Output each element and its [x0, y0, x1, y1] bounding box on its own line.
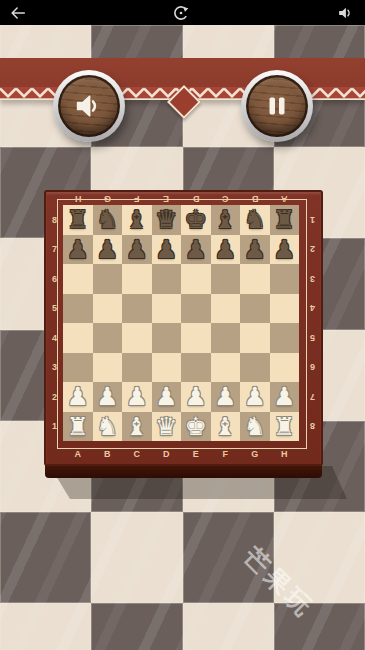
piece-white-knight: ♞: [240, 412, 270, 442]
volume-icon[interactable]: [336, 4, 354, 22]
coordinate-label: 6: [47, 264, 62, 294]
square-a6[interactable]: [63, 264, 93, 294]
square-a8[interactable]: ♜: [63, 205, 93, 235]
square-g4[interactable]: [240, 323, 270, 353]
piece-black-king: ♚: [181, 205, 211, 235]
coordinate-label: D: [152, 443, 182, 464]
rank-labels-left: 87654321: [47, 205, 62, 441]
piece-white-pawn: ♟: [211, 382, 241, 412]
coordinate-label: F: [211, 443, 241, 464]
coordinate-label: 4: [47, 323, 62, 353]
piece-white-pawn: ♟: [152, 382, 182, 412]
square-h2[interactable]: ♟: [270, 382, 300, 412]
square-e7[interactable]: ♟: [181, 235, 211, 265]
square-d5[interactable]: [152, 294, 182, 324]
coordinate-label: 8: [47, 205, 62, 235]
piece-black-rook: ♜: [270, 205, 300, 235]
coordinate-label: G: [240, 443, 270, 464]
coordinate-label: G: [93, 192, 123, 205]
piece-black-bishop: ♝: [211, 205, 241, 235]
piece-white-bishop: ♝: [122, 412, 152, 442]
square-d8[interactable]: ♛: [152, 205, 182, 235]
coordinate-label: 3: [47, 353, 62, 383]
square-d4[interactable]: [152, 323, 182, 353]
square-g3[interactable]: [240, 353, 270, 383]
piece-black-queen: ♛: [152, 205, 182, 235]
coordinate-label: H: [270, 443, 300, 464]
square-a5[interactable]: [63, 294, 93, 324]
pause-icon: [262, 91, 292, 121]
pause-button[interactable]: [241, 70, 313, 142]
coordinate-label: 3: [305, 264, 320, 294]
square-g2[interactable]: ♟: [240, 382, 270, 412]
piece-white-queen: ♛: [152, 412, 182, 442]
coordinate-label: E: [181, 443, 211, 464]
square-e6[interactable]: [181, 264, 211, 294]
rank-labels-right: 12345678: [305, 205, 320, 441]
square-c7[interactable]: ♟: [122, 235, 152, 265]
square-c8[interactable]: ♝: [122, 205, 152, 235]
coordinate-label: 1: [47, 412, 62, 442]
background-tile: [183, 512, 274, 603]
square-a7[interactable]: ♟: [63, 235, 93, 265]
background-tile: [91, 512, 182, 603]
square-b6[interactable]: [93, 264, 123, 294]
file-labels-bottom: ABCDEFGH: [63, 443, 299, 464]
piece-black-pawn: ♟: [122, 235, 152, 265]
square-f3[interactable]: [211, 353, 241, 383]
square-f8[interactable]: ♝: [211, 205, 241, 235]
background-tile: [0, 512, 91, 603]
square-g7[interactable]: ♟: [240, 235, 270, 265]
square-b8[interactable]: ♞: [93, 205, 123, 235]
square-c5[interactable]: [122, 294, 152, 324]
piece-white-pawn: ♟: [63, 382, 93, 412]
square-h8[interactable]: ♜: [270, 205, 300, 235]
background-tile: [274, 603, 365, 650]
back-arrow-icon[interactable]: [9, 4, 27, 22]
square-h1[interactable]: ♜: [270, 412, 300, 442]
square-g1[interactable]: ♞: [240, 412, 270, 442]
piece-white-pawn: ♟: [93, 382, 123, 412]
file-labels-top: HGFEDCBA: [63, 192, 299, 205]
coordinate-label: 4: [305, 294, 320, 324]
square-d2[interactable]: ♟: [152, 382, 182, 412]
coordinate-label: 5: [305, 323, 320, 353]
square-f5[interactable]: [211, 294, 241, 324]
square-e5[interactable]: [181, 294, 211, 324]
square-f6[interactable]: [211, 264, 241, 294]
piece-white-rook: ♜: [63, 412, 93, 442]
background-tile: [91, 603, 182, 650]
board-squares: ♜♞♝♛♚♝♞♜♟♟♟♟♟♟♟♟♟♟♟♟♟♟♟♟♜♞♝♛♚♝♞♜: [63, 205, 299, 441]
coordinate-label: 5: [47, 294, 62, 324]
square-h5[interactable]: [270, 294, 300, 324]
square-d6[interactable]: [152, 264, 182, 294]
square-a1[interactable]: ♜: [63, 412, 93, 442]
square-e1[interactable]: ♚: [181, 412, 211, 442]
app-root: HGFEDCBA 87654321 12345678 ABCDEFGH ♜♞♝♛…: [0, 0, 365, 650]
square-f7[interactable]: ♟: [211, 235, 241, 265]
square-g5[interactable]: [240, 294, 270, 324]
square-b5[interactable]: [93, 294, 123, 324]
piece-black-pawn: ♟: [181, 235, 211, 265]
coordinate-label: A: [270, 192, 300, 205]
piece-black-pawn: ♟: [240, 235, 270, 265]
piece-black-bishop: ♝: [122, 205, 152, 235]
piece-white-pawn: ♟: [181, 382, 211, 412]
coordinate-label: E: [152, 192, 182, 205]
square-d3[interactable]: [152, 353, 182, 383]
coordinate-label: B: [240, 192, 270, 205]
piece-white-pawn: ♟: [240, 382, 270, 412]
square-b1[interactable]: ♞: [93, 412, 123, 442]
chess-board: HGFEDCBA 87654321 12345678 ABCDEFGH ♜♞♝♛…: [44, 190, 323, 466]
piece-black-pawn: ♟: [152, 235, 182, 265]
square-a2[interactable]: ♟: [63, 382, 93, 412]
piece-white-rook: ♜: [270, 412, 300, 442]
square-a4[interactable]: [63, 323, 93, 353]
piece-black-knight: ♞: [240, 205, 270, 235]
square-d7[interactable]: ♟: [152, 235, 182, 265]
coordinate-label: 8: [305, 412, 320, 442]
piece-black-rook: ♜: [63, 205, 93, 235]
square-c3[interactable]: [122, 353, 152, 383]
coordinate-label: 2: [47, 382, 62, 412]
square-c4[interactable]: [122, 323, 152, 353]
square-b7[interactable]: ♟: [93, 235, 123, 265]
square-a3[interactable]: [63, 353, 93, 383]
square-h3[interactable]: [270, 353, 300, 383]
square-c2[interactable]: ♟: [122, 382, 152, 412]
background-tile: [183, 603, 274, 650]
board-bottom-edge: [45, 464, 322, 478]
piece-black-pawn: ♟: [270, 235, 300, 265]
status-bar: [0, 0, 365, 25]
coordinate-label: 7: [47, 235, 62, 265]
square-b4[interactable]: [93, 323, 123, 353]
piece-white-king: ♚: [181, 412, 211, 442]
background-tile: [274, 512, 365, 603]
square-h7[interactable]: ♟: [270, 235, 300, 265]
piece-white-pawn: ♟: [270, 382, 300, 412]
piece-white-bishop: ♝: [211, 412, 241, 442]
square-h4[interactable]: [270, 323, 300, 353]
coordinate-label: 6: [305, 353, 320, 383]
piece-black-knight: ♞: [93, 205, 123, 235]
square-e2[interactable]: ♟: [181, 382, 211, 412]
piece-black-pawn: ♟: [63, 235, 93, 265]
coordinate-label: D: [181, 192, 211, 205]
square-f1[interactable]: ♝: [211, 412, 241, 442]
square-b3[interactable]: [93, 353, 123, 383]
coordinate-label: 7: [305, 382, 320, 412]
square-e3[interactable]: [181, 353, 211, 383]
square-c6[interactable]: [122, 264, 152, 294]
speaker-icon: [72, 89, 106, 123]
coordinate-label: 2: [305, 235, 320, 265]
coordinate-label: B: [93, 443, 123, 464]
coordinate-label: C: [211, 192, 241, 205]
square-g6[interactable]: [240, 264, 270, 294]
square-c1[interactable]: ♝: [122, 412, 152, 442]
coordinate-label: A: [63, 443, 93, 464]
piece-black-pawn: ♟: [93, 235, 123, 265]
coordinate-label: 1: [305, 205, 320, 235]
sound-button[interactable]: [53, 70, 125, 142]
square-f2[interactable]: ♟: [211, 382, 241, 412]
square-e8[interactable]: ♚: [181, 205, 211, 235]
square-h6[interactable]: [270, 264, 300, 294]
coordinate-label: H: [63, 192, 93, 205]
background-tile: [0, 603, 91, 650]
piece-black-pawn: ♟: [211, 235, 241, 265]
coordinate-label: F: [122, 192, 152, 205]
square-f4[interactable]: [211, 323, 241, 353]
square-d1[interactable]: ♛: [152, 412, 182, 442]
piece-white-knight: ♞: [93, 412, 123, 442]
piece-white-pawn: ♟: [122, 382, 152, 412]
coordinate-label: C: [122, 443, 152, 464]
square-g8[interactable]: ♞: [240, 205, 270, 235]
screen-rotate-icon[interactable]: [172, 4, 190, 22]
square-b2[interactable]: ♟: [93, 382, 123, 412]
square-e4[interactable]: [181, 323, 211, 353]
